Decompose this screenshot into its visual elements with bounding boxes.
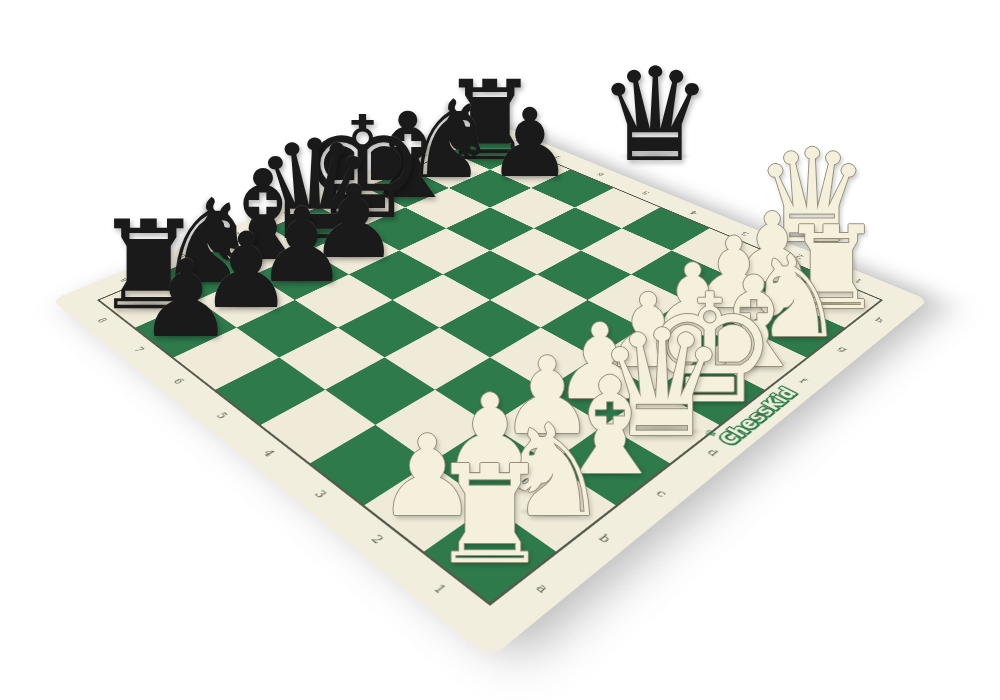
black-queen-glyph: ♛ (597, 51, 713, 181)
white-rook-a1[interactable]: ♜ (429, 448, 550, 583)
rank-label-left: 5 (212, 411, 229, 421)
product-photo-scene: ♛ ChessKid 88aa77bb66cc55dd44ee33ff22gg1… (0, 0, 1000, 700)
rank-label-left: 6 (169, 377, 186, 387)
rank-label-left: 3 (310, 488, 329, 500)
white-rook-glyph: ♜ (429, 448, 550, 583)
black-pawn-glyph: ♟ (138, 245, 234, 352)
black-pawn-glyph: ♟ (487, 96, 572, 191)
extra-black-queen[interactable]: ♛ (597, 51, 713, 181)
rank-label-left: 4 (259, 448, 277, 459)
black-pawn-h7[interactable]: ♟ (487, 96, 572, 191)
black-pawn-a7[interactable]: ♟ (138, 245, 234, 352)
